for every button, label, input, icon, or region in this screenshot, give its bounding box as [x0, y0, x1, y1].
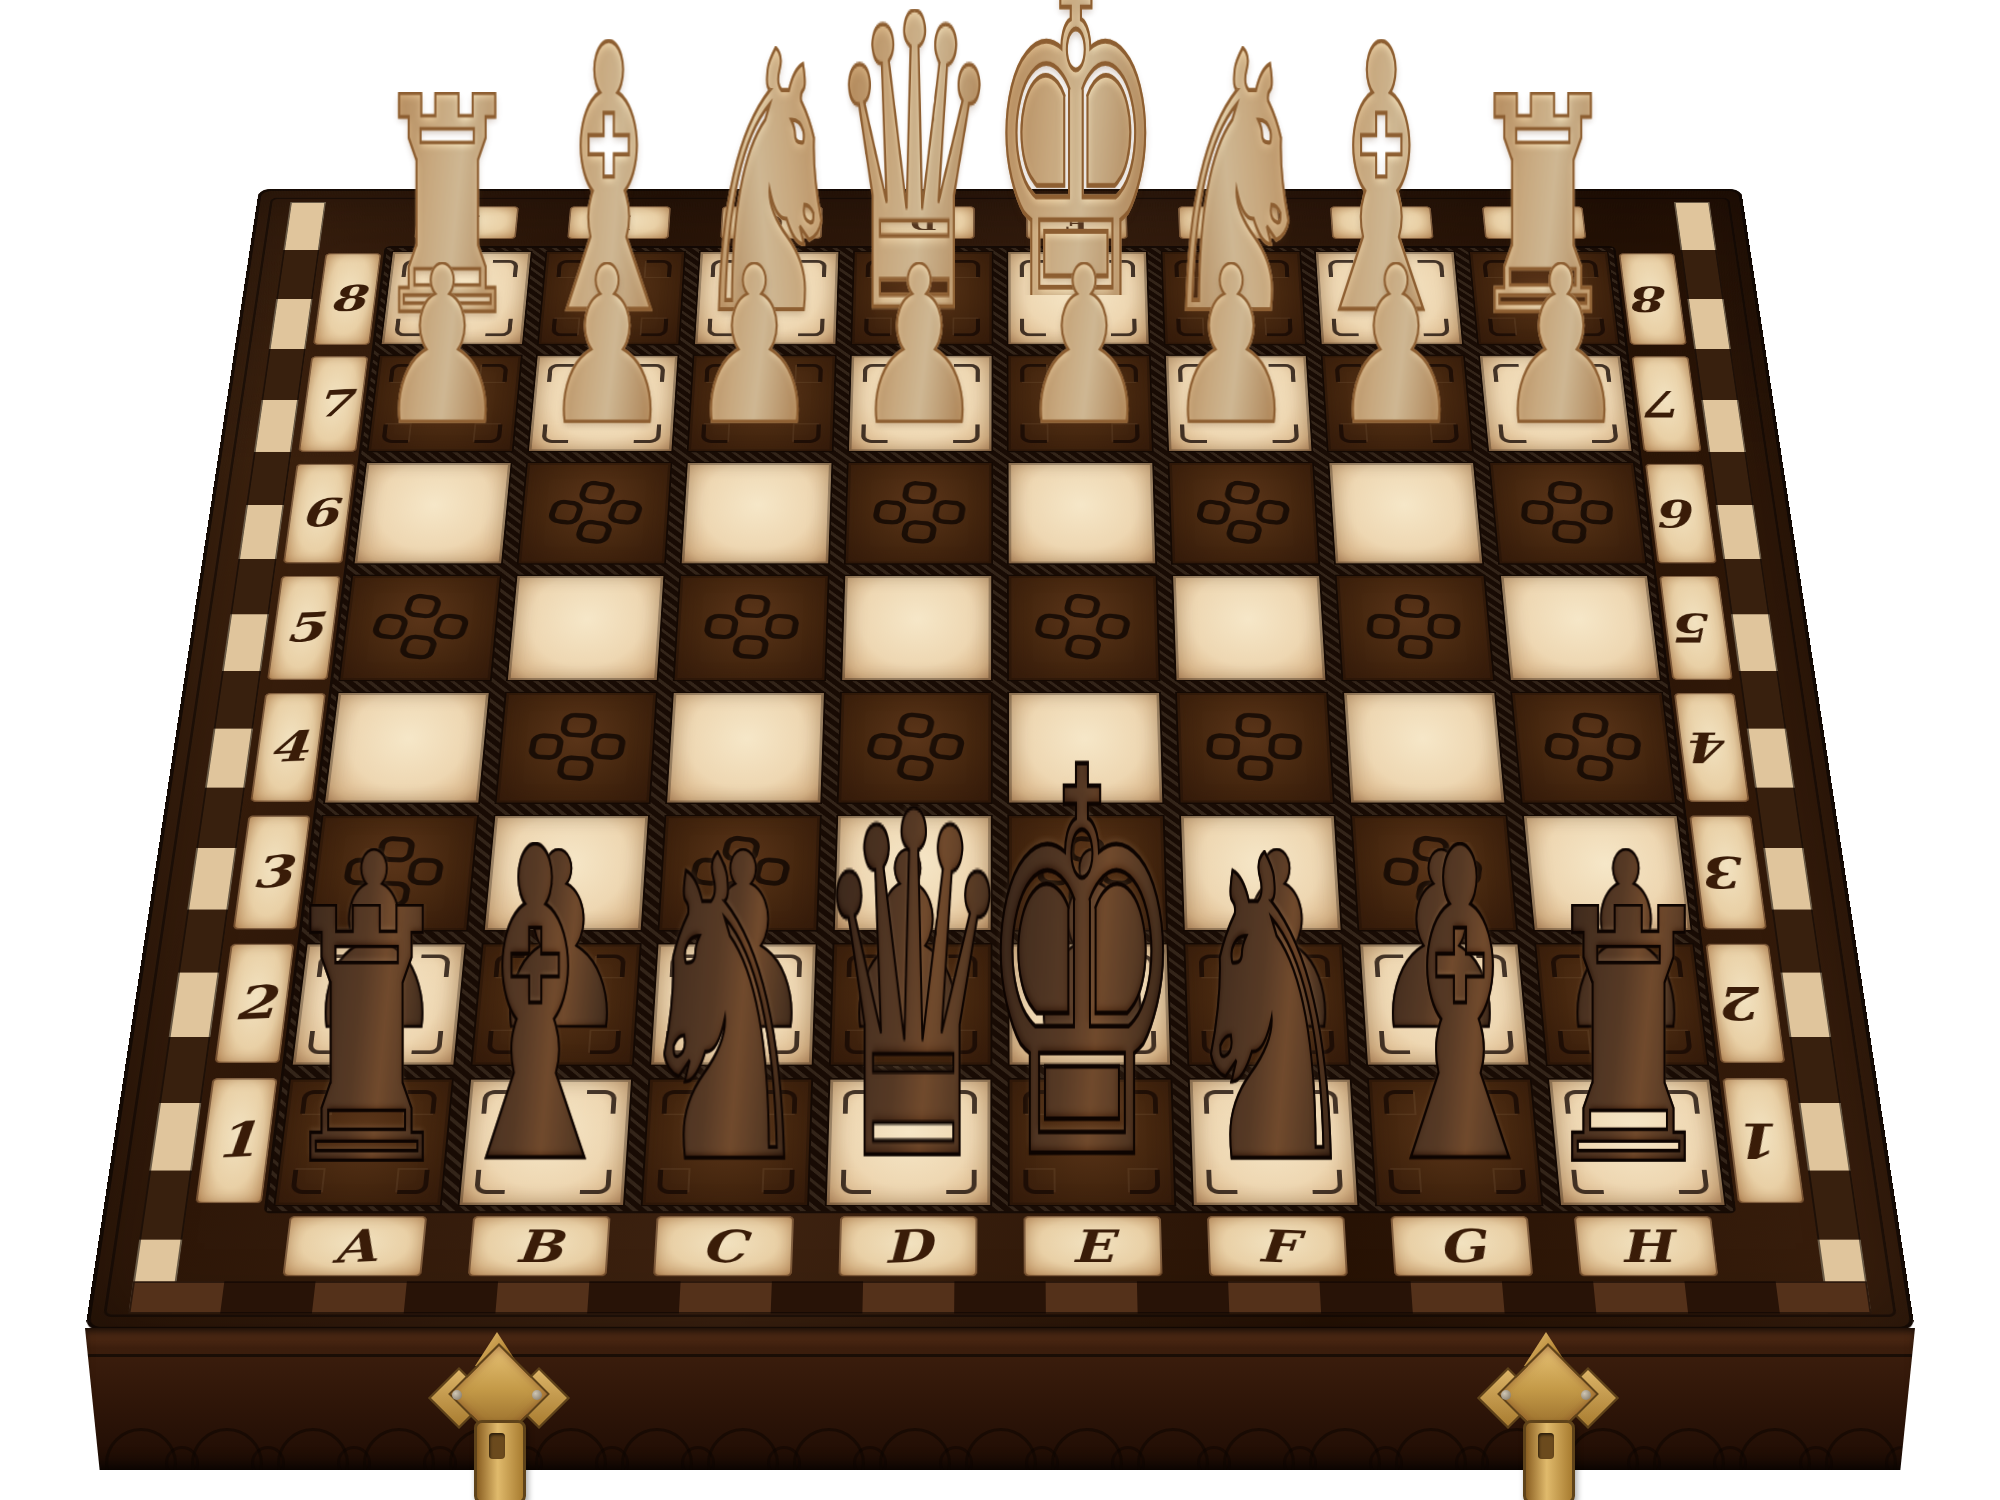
square-c4[interactable]: [665, 692, 825, 804]
corner-bracket: [641, 318, 668, 336]
rank-digit: 5: [1674, 604, 1718, 651]
clasp-screw-left-icon: [452, 1390, 462, 1400]
corner-bracket: [486, 1031, 518, 1054]
corner-bracket: [844, 1031, 874, 1054]
square-d1[interactable]: [824, 1078, 992, 1207]
square-b6[interactable]: [516, 462, 672, 564]
rank-digit: 6: [1659, 491, 1702, 536]
file-label-top-c: C: [720, 206, 823, 239]
corner-bracket: [948, 1031, 978, 1054]
corner-bracket: [864, 318, 890, 336]
corner-bracket: [1335, 364, 1362, 382]
corner-bracket: [1578, 318, 1606, 336]
quatrefoil-motif: [698, 591, 805, 664]
corner-bracket: [580, 1170, 612, 1194]
square-d5[interactable]: [840, 574, 993, 681]
file-label-top-f: F: [1178, 206, 1281, 239]
corner-bracket: [1177, 364, 1204, 382]
corner-bracket: [763, 1170, 794, 1194]
corner-bracket: [481, 1090, 513, 1113]
square-h2[interactable]: [1534, 943, 1710, 1066]
corner-bracket: [946, 1170, 976, 1194]
corner-bracket: [1201, 1031, 1231, 1054]
corner-bracket: [1266, 318, 1293, 336]
square-e6[interactable]: [1007, 462, 1157, 564]
rank-digit: 1: [1739, 1112, 1788, 1168]
corner-bracket: [474, 1170, 506, 1194]
corner-bracket: [1124, 955, 1154, 977]
corner-bracket: [389, 364, 417, 382]
square-a5[interactable]: [338, 574, 501, 681]
corner-bracket: [411, 1031, 443, 1054]
corner-bracket: [1422, 318, 1449, 336]
rank-digit: 4: [268, 722, 309, 773]
file-letter: F: [1217, 210, 1240, 235]
clasp-screw-right-icon: [1581, 1390, 1591, 1400]
corner-bracket: [1379, 1031, 1410, 1054]
file-letter: B: [514, 1220, 565, 1273]
corner-bracket: [1206, 1170, 1237, 1194]
file-letter: E: [1064, 210, 1088, 235]
corner-bracket: [798, 318, 824, 336]
corner-bracket: [485, 318, 513, 336]
corner-bracket: [1127, 1090, 1157, 1113]
square-f6[interactable]: [1167, 462, 1320, 564]
square-c6[interactable]: [680, 462, 833, 564]
file-label-top-d: D: [873, 206, 975, 239]
file-label-bottom-d: D: [838, 1216, 977, 1277]
square-b7[interactable]: [527, 354, 680, 452]
square-e2[interactable]: [1007, 943, 1171, 1066]
square-h5[interactable]: [1499, 574, 1662, 681]
file-letter: G: [1434, 1219, 1488, 1273]
square-f5[interactable]: [1171, 574, 1327, 681]
square-b8[interactable]: [537, 251, 686, 345]
corner-bracket: [948, 955, 977, 977]
file-letter: A: [332, 1219, 377, 1273]
corner-bracket: [1311, 1170, 1343, 1194]
clasp-hasp-slot: [489, 1433, 505, 1459]
corner-bracket: [419, 955, 450, 977]
square-c2[interactable]: [649, 943, 817, 1066]
corner-bracket: [707, 318, 734, 336]
square-g5[interactable]: [1335, 574, 1495, 681]
square-f2[interactable]: [1183, 943, 1351, 1066]
corner-bracket: [1571, 260, 1599, 277]
corner-bracket: [1426, 364, 1454, 382]
quatrefoil-motif: [861, 709, 968, 785]
clasp-screw-left-icon: [1501, 1390, 1511, 1400]
square-h8[interactable]: [1468, 251, 1620, 345]
corner-bracket: [705, 364, 732, 382]
corner-bracket: [796, 364, 823, 382]
square-d7[interactable]: [847, 354, 994, 452]
corner-bracket: [1110, 318, 1136, 336]
file-label-top-g: G: [1330, 206, 1434, 239]
file-label-top-a: A: [414, 206, 519, 239]
corner-bracket: [474, 424, 502, 442]
quatrefoil-motif: [1200, 709, 1309, 785]
quatrefoil-motif: [1360, 591, 1469, 664]
square-f3[interactable]: [1179, 814, 1343, 931]
rank-digit: 2: [1721, 976, 1769, 1029]
corner-bracket: [401, 260, 429, 277]
corner-bracket: [800, 260, 826, 277]
corner-bracket: [1020, 318, 1046, 336]
corner-bracket: [634, 424, 662, 442]
corner-bracket: [300, 1090, 333, 1113]
corner-bracket: [381, 424, 410, 442]
square-e7[interactable]: [1007, 354, 1154, 452]
square-h3[interactable]: [1521, 814, 1692, 931]
corner-bracket: [1498, 424, 1526, 442]
clasp-left: [435, 1332, 559, 1500]
corner-bracket: [1263, 260, 1289, 277]
square-c3[interactable]: [657, 814, 821, 931]
board-scene: ABCDEFGH 87654321 87654321 ABCDEFGH ♜♝♞♛…: [0, 0, 2000, 1500]
corner-bracket: [1482, 1031, 1514, 1054]
corner-bracket: [1300, 955, 1330, 977]
square-d4[interactable]: [836, 692, 993, 804]
square-d2[interactable]: [828, 943, 992, 1066]
square-g8[interactable]: [1314, 251, 1463, 345]
rank-digit: 7: [315, 381, 353, 425]
corner-bracket: [1272, 424, 1299, 442]
quatrefoil-motif: [1031, 591, 1136, 664]
corner-bracket: [1488, 318, 1516, 336]
corner-bracket: [1304, 1031, 1335, 1054]
square-h1[interactable]: [1547, 1078, 1727, 1207]
corner-bracket: [1660, 1031, 1692, 1054]
square-a8[interactable]: [380, 251, 532, 345]
corner-bracket: [1482, 260, 1509, 277]
corner-bracket: [1023, 1090, 1053, 1113]
quatrefoil-motif: [867, 478, 969, 548]
corner-bracket: [670, 955, 700, 977]
square-g1[interactable]: [1367, 1078, 1543, 1207]
rank-digit: 3: [251, 846, 293, 899]
corner-bracket: [405, 1090, 437, 1113]
corner-bracket: [1583, 364, 1611, 382]
quatrefoil-motif: [1513, 478, 1622, 548]
corner-bracket: [1328, 260, 1355, 277]
corner-bracket: [1590, 424, 1619, 442]
file-letter: A: [453, 210, 480, 235]
square-e1[interactable]: [1008, 1078, 1176, 1207]
quatrefoil-motif: [1032, 833, 1142, 913]
square-g7[interactable]: [1321, 354, 1474, 452]
corner-bracket: [1020, 364, 1046, 382]
rank-digit: 4: [1689, 723, 1734, 772]
square-e3[interactable]: [1007, 814, 1167, 931]
clasp-hasp: [474, 1420, 526, 1500]
corner-bracket: [595, 955, 626, 977]
corner-bracket: [1651, 955, 1683, 977]
file-label-bottom-a: A: [282, 1216, 427, 1277]
corner-bracket: [1022, 955, 1051, 977]
corner-bracket: [665, 1031, 696, 1054]
corner-bracket: [1020, 260, 1046, 277]
corner-bracket: [645, 260, 672, 277]
square-f7[interactable]: [1164, 354, 1314, 452]
corner-bracket: [541, 424, 569, 442]
corner-bracket: [586, 1090, 617, 1113]
corner-bracket: [769, 1031, 799, 1054]
clasp-hasp-slot: [1538, 1433, 1554, 1459]
corner-bracket: [842, 1090, 872, 1113]
corner-bracket: [701, 424, 728, 442]
corner-bracket: [1023, 1170, 1053, 1194]
file-label-bottom-b: B: [467, 1216, 610, 1277]
square-c5[interactable]: [673, 574, 829, 681]
square-g3[interactable]: [1350, 814, 1518, 931]
file-letter: F: [1256, 1219, 1296, 1273]
square-c7[interactable]: [687, 354, 837, 452]
square-e5[interactable]: [1007, 574, 1160, 681]
square-c8[interactable]: [693, 251, 839, 345]
corner-bracket: [1374, 955, 1405, 977]
corner-bracket: [290, 1170, 323, 1194]
rank-digit: 2: [233, 975, 276, 1031]
file-letter: C: [698, 1219, 748, 1273]
square-d8[interactable]: [850, 251, 993, 345]
corner-bracket: [1417, 260, 1444, 277]
corner-bracket: [1126, 1031, 1156, 1054]
square-e8[interactable]: [1007, 251, 1150, 345]
rank-digit: 5: [284, 603, 324, 651]
square-f8[interactable]: [1160, 251, 1306, 345]
file-letter: C: [758, 210, 784, 235]
corner-bracket: [394, 318, 422, 336]
file-letter: G: [1367, 210, 1395, 235]
corner-bracket: [1571, 1170, 1604, 1194]
corner-bracket: [1203, 1090, 1234, 1113]
corner-bracket: [1020, 424, 1046, 442]
corner-bracket: [638, 364, 665, 382]
file-label-bottom-h: H: [1573, 1216, 1718, 1277]
corner-bracket: [1431, 424, 1459, 442]
corner-bracket: [590, 1031, 621, 1054]
rank-digit: 6: [300, 490, 339, 536]
file-letter: H: [1518, 210, 1550, 235]
corner-bracket: [1383, 1090, 1414, 1113]
corner-bracket: [1487, 1090, 1519, 1113]
corner-bracket: [1268, 364, 1295, 382]
file-letter: E: [1071, 1220, 1114, 1273]
square-b4[interactable]: [494, 692, 658, 804]
square-e4[interactable]: [1007, 692, 1164, 804]
corner-bracket: [1176, 318, 1202, 336]
corner-bracket: [662, 1090, 693, 1113]
rank-digit: 3: [1705, 846, 1752, 897]
corner-bracket: [766, 1090, 797, 1113]
corner-bracket: [772, 955, 802, 977]
corner-bracket: [954, 318, 980, 336]
corner-bracket: [547, 364, 575, 382]
corner-bracket: [954, 364, 980, 382]
quatrefoil-motif: [520, 709, 632, 785]
corner-bracket: [493, 955, 524, 977]
quatrefoil-motif: [684, 833, 796, 913]
quatrefoil-motif: [1191, 478, 1296, 548]
chess-board: ABCDEFGH 87654321 87654321 ABCDEFGH ♜♝♞♛…: [85, 189, 1915, 1330]
corner-bracket: [1180, 424, 1207, 442]
file-letter: D: [883, 1219, 933, 1274]
corner-bracket: [551, 318, 578, 336]
square-b5[interactable]: [505, 574, 665, 681]
corner-bracket: [1174, 260, 1200, 277]
file-letter: D: [910, 210, 937, 235]
corner-bracket: [1332, 318, 1359, 336]
corner-bracket: [1557, 1031, 1589, 1054]
square-a3[interactable]: [307, 814, 478, 931]
clasp-hasp: [1523, 1420, 1575, 1500]
file-label-bottom-f: F: [1206, 1216, 1347, 1277]
corner-bracket: [1023, 1031, 1053, 1054]
corner-bracket: [317, 955, 349, 977]
corner-bracket: [1476, 955, 1507, 977]
corner-bracket: [865, 260, 891, 277]
corner-bracket: [1109, 260, 1135, 277]
quatrefoil-motif: [335, 833, 452, 913]
file-letter: H: [1616, 1220, 1674, 1273]
corner-bracket: [953, 424, 979, 442]
corner-bracket: [1339, 424, 1367, 442]
square-b2[interactable]: [470, 943, 642, 1066]
corner-bracket: [1111, 364, 1137, 382]
clasp-right: [1484, 1332, 1608, 1500]
corner-bracket: [793, 424, 820, 442]
square-a2[interactable]: [291, 943, 467, 1066]
lid-seam: [85, 1354, 1915, 1357]
square-f4[interactable]: [1175, 692, 1335, 804]
quatrefoil-motif: [541, 478, 648, 548]
square-b1[interactable]: [457, 1078, 633, 1207]
front-side-panel: [85, 1328, 1915, 1470]
corner-bracket: [862, 364, 888, 382]
corner-bracket: [947, 1090, 977, 1113]
square-a4[interactable]: [323, 692, 490, 804]
rank-label-left-6: 6: [283, 464, 355, 564]
corner-bracket: [307, 1031, 339, 1054]
corner-bracket: [556, 260, 583, 277]
corner-bracket: [1676, 1170, 1709, 1194]
corner-bracket: [861, 424, 888, 442]
square-b3[interactable]: [482, 814, 650, 931]
corner-bracket: [1492, 364, 1520, 382]
square-a7[interactable]: [367, 354, 523, 452]
rank-digit: 8: [329, 277, 366, 320]
square-h6[interactable]: [1488, 462, 1647, 564]
quatrefoil-motif: [1376, 833, 1491, 913]
quatrefoil-motif: [1536, 709, 1650, 785]
corner-bracket: [1667, 1090, 1700, 1113]
square-g6[interactable]: [1328, 462, 1484, 564]
square-g2[interactable]: [1358, 943, 1530, 1066]
square-g4[interactable]: [1342, 692, 1506, 804]
rank-digit: 1: [215, 1111, 259, 1169]
clasp-screw-right-icon: [532, 1390, 542, 1400]
square-a1[interactable]: [273, 1078, 453, 1207]
square-h7[interactable]: [1478, 354, 1634, 452]
corner-bracket: [1112, 424, 1139, 442]
square-d3[interactable]: [832, 814, 992, 931]
corner-bracket: [1494, 1170, 1526, 1194]
file-label-top-e: E: [1026, 206, 1128, 239]
quatrefoil-motif: [364, 591, 476, 664]
corner-bracket: [955, 260, 981, 277]
corner-bracket: [397, 1170, 430, 1194]
file-label-bottom-c: C: [653, 1216, 794, 1277]
corner-bracket: [1388, 1170, 1420, 1194]
file-label-top-b: B: [567, 206, 671, 239]
corner-bracket: [657, 1170, 689, 1194]
corner-bracket: [1129, 1170, 1160, 1194]
corner-bracket: [480, 364, 508, 382]
file-label-bottom-e: E: [1023, 1216, 1162, 1277]
rank-label-left-7: 7: [298, 356, 368, 451]
corner-bracket: [491, 260, 518, 277]
square-d6[interactable]: [843, 462, 993, 564]
square-c1[interactable]: [641, 1078, 813, 1207]
square-h4[interactable]: [1510, 692, 1677, 804]
corner-bracket: [1563, 1090, 1595, 1113]
rank-digit: 7: [1645, 382, 1687, 425]
file-label-bottom-g: G: [1390, 1216, 1533, 1277]
rank-digit: 8: [1632, 278, 1673, 319]
file-label-top-h: H: [1482, 206, 1587, 239]
corner-bracket: [711, 260, 737, 277]
square-f1[interactable]: [1187, 1078, 1359, 1207]
rank-label-left-8: 8: [313, 253, 381, 345]
corner-bracket: [846, 955, 876, 977]
square-a6[interactable]: [353, 462, 512, 564]
file-letter: B: [605, 210, 633, 235]
corner-bracket: [840, 1170, 871, 1194]
corner-bracket: [1198, 955, 1228, 977]
corner-bracket: [1550, 955, 1581, 977]
corner-bracket: [1307, 1090, 1338, 1113]
playing-area: [267, 248, 1733, 1211]
